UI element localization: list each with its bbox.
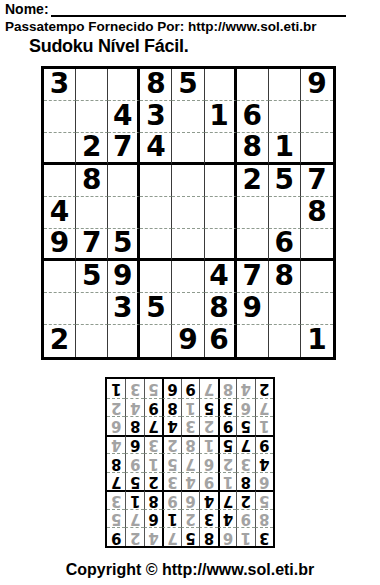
solution-cell-r2c2: 9 — [236, 509, 254, 528]
solution-cell-r8c4: 5 — [199, 398, 217, 417]
sudoku-worksheet-page: Nome: Passatempo Fornecido Por: http://w… — [0, 0, 380, 585]
solution-cell-r6c7: 3 — [144, 435, 162, 454]
solution-cell-r1c6: 7 — [162, 527, 180, 546]
solution-cell-r1c4: 8 — [199, 527, 217, 546]
solution-cell-r8c8: 4 — [125, 398, 143, 417]
solution-cell-r8c2: 6 — [236, 398, 254, 417]
puzzle-cell-r1c2[interactable] — [76, 69, 108, 101]
puzzle-cell-r4c2: 8 — [76, 165, 108, 197]
puzzle-cell-r6c1: 9 — [44, 229, 76, 261]
puzzle-cell-r4c9: 7 — [301, 165, 333, 197]
puzzle-cell-r4c3[interactable] — [108, 165, 140, 197]
solution-cell-r4c9: 7 — [107, 472, 125, 491]
puzzle-cell-r3c9[interactable] — [301, 133, 333, 165]
solution-cell-r4c1: 6 — [255, 472, 273, 491]
copyright-line: Copyright © http://www.sol.eti.br — [0, 561, 380, 579]
puzzle-cell-r5c5[interactable] — [172, 197, 204, 229]
solution-cell-r5c8: 9 — [125, 453, 143, 472]
puzzle-cell-r8c9[interactable] — [301, 293, 333, 325]
puzzle-cell-r3c6[interactable] — [205, 133, 237, 165]
solution-cell-r3c8: 1 — [125, 490, 143, 509]
solution-cell-r9c4: 7 — [199, 379, 217, 398]
puzzle-cell-r9c4[interactable] — [140, 325, 172, 357]
puzzle-cell-r4c5[interactable] — [172, 165, 204, 197]
solution-cell-r9c8: 3 — [125, 379, 143, 398]
puzzle-cell-r5c3[interactable] — [108, 197, 140, 229]
solution-cell-r7c6: 4 — [162, 416, 180, 435]
solution-cell-r2c4: 3 — [199, 509, 217, 528]
puzzle-cell-r9c8[interactable] — [269, 325, 301, 357]
puzzle-cell-r8c7: 9 — [237, 293, 269, 325]
puzzle-cell-r8c6: 8 — [205, 293, 237, 325]
puzzle-cell-r7c9[interactable] — [301, 261, 333, 293]
puzzle-cell-r5c2[interactable] — [76, 197, 108, 229]
puzzle-cell-r5c1: 4 — [44, 197, 76, 229]
solution-cell-r8c6: 8 — [162, 398, 180, 417]
puzzle-cell-r3c4: 4 — [140, 133, 172, 165]
solution-cell-r3c7: 8 — [144, 490, 162, 509]
solution-cell-r7c3: 9 — [218, 416, 236, 435]
puzzle-cell-r5c7[interactable] — [237, 197, 269, 229]
puzzle-cell-r7c8: 8 — [269, 261, 301, 293]
solution-cell-r3c4: 4 — [199, 490, 217, 509]
solution-cell-r5c2: 3 — [236, 453, 254, 472]
puzzle-cell-r9c3[interactable] — [108, 325, 140, 357]
solution-cell-r2c6: 1 — [162, 509, 180, 528]
puzzle-cell-r6c7[interactable] — [237, 229, 269, 261]
puzzle-cell-r1c7[interactable] — [237, 69, 269, 101]
puzzle-cell-r2c1[interactable] — [44, 101, 76, 133]
sudoku-solution-grid-rotated: 3168574298943216755274698136819432574326… — [105, 377, 275, 548]
solution-cell-r7c2: 5 — [236, 416, 254, 435]
puzzle-cell-r9c2[interactable] — [76, 325, 108, 357]
puzzle-cell-r9c6: 6 — [205, 325, 237, 357]
puzzle-cell-r3c3: 7 — [108, 133, 140, 165]
puzzle-cell-r6c5[interactable] — [172, 229, 204, 261]
solution-cell-r9c5: 9 — [181, 379, 199, 398]
solution-cell-r4c8: 5 — [125, 472, 143, 491]
puzzle-cell-r4c7: 2 — [237, 165, 269, 197]
solution-cell-r6c2: 7 — [236, 435, 254, 454]
solution-cell-r7c9: 6 — [107, 416, 125, 435]
solution-cell-r5c1: 4 — [255, 453, 273, 472]
puzzle-cell-r2c9[interactable] — [301, 101, 333, 133]
solution-cell-r1c7: 4 — [144, 527, 162, 546]
solution-cell-r6c5: 8 — [181, 435, 199, 454]
solution-cell-r7c7: 7 — [144, 416, 162, 435]
name-label: Nome: — [5, 2, 49, 17]
solution-cell-r4c3: 1 — [218, 472, 236, 491]
solution-cell-r9c7: 5 — [144, 379, 162, 398]
solution-cell-r3c1: 5 — [255, 490, 273, 509]
puzzle-cell-r3c7: 8 — [237, 133, 269, 165]
solution-cell-r4c4: 9 — [199, 472, 217, 491]
puzzle-cell-r5c8[interactable] — [269, 197, 301, 229]
puzzle-cell-r5c6[interactable] — [205, 197, 237, 229]
puzzle-cell-r1c6[interactable] — [205, 69, 237, 101]
puzzle-cell-r6c9[interactable] — [301, 229, 333, 261]
solution-cell-r2c1: 8 — [255, 509, 273, 528]
solution-cell-r8c7: 9 — [144, 398, 162, 417]
solution-cell-r4c2: 8 — [236, 472, 254, 491]
puzzle-cell-r8c5[interactable] — [172, 293, 204, 325]
puzzle-cell-r6c3: 5 — [108, 229, 140, 261]
puzzle-cell-r9c1: 2 — [44, 325, 76, 357]
puzzle-cell-r8c3: 3 — [108, 293, 140, 325]
solution-cell-r6c9: 4 — [107, 435, 125, 454]
solution-cell-r1c8: 2 — [125, 527, 143, 546]
solution-cell-r1c3: 6 — [218, 527, 236, 546]
puzzle-cell-r2c3: 4 — [108, 101, 140, 133]
solution-cell-r7c4: 2 — [199, 416, 217, 435]
solution-cell-r4c5: 4 — [181, 472, 199, 491]
solution-cell-r7c5: 3 — [181, 416, 199, 435]
puzzle-cell-r2c7: 6 — [237, 101, 269, 133]
solution-cell-r2c7: 6 — [144, 509, 162, 528]
puzzle-cell-r2c8[interactable] — [269, 101, 301, 133]
puzzle-cell-r7c4[interactable] — [140, 261, 172, 293]
puzzle-cell-r1c3[interactable] — [108, 69, 140, 101]
solution-cell-r6c4: 1 — [199, 435, 217, 454]
puzzle-cell-r2c6: 1 — [205, 101, 237, 133]
solution-cell-r6c1: 9 — [255, 435, 273, 454]
solution-cell-r1c5: 5 — [181, 527, 199, 546]
solution-cell-r3c5: 6 — [181, 490, 199, 509]
name-blank-line — [51, 4, 346, 17]
puzzle-cell-r6c6[interactable] — [205, 229, 237, 261]
puzzle-cell-r1c1: 3 — [44, 69, 76, 101]
puzzle-cell-r1c8[interactable] — [269, 69, 301, 101]
solution-cell-r5c7: 1 — [144, 453, 162, 472]
solution-cell-r3c2: 2 — [236, 490, 254, 509]
solution-cell-r1c9: 9 — [107, 527, 125, 546]
puzzle-cell-r3c1[interactable] — [44, 133, 76, 165]
puzzle-cell-r7c1[interactable] — [44, 261, 76, 293]
solution-cell-r9c1: 2 — [255, 379, 273, 398]
puzzle-cell-r8c4: 5 — [140, 293, 172, 325]
solution-cell-r4c6: 3 — [162, 472, 180, 491]
solution-cell-r9c9: 1 — [107, 379, 125, 398]
puzzle-cell-r2c4: 3 — [140, 101, 172, 133]
provider-line: Passatempo Fornecido Por: http://www.sol… — [5, 20, 317, 34]
solution-cell-r5c4: 6 — [199, 453, 217, 472]
puzzle-cell-r5c9: 8 — [301, 197, 333, 229]
puzzle-cell-r6c4[interactable] — [140, 229, 172, 261]
puzzle-cell-r1c5: 5 — [172, 69, 204, 101]
solution-cell-r1c2: 1 — [236, 527, 254, 546]
solution-cell-r2c8: 7 — [125, 509, 143, 528]
solution-cell-r6c6: 2 — [162, 435, 180, 454]
puzzle-cell-r4c8: 5 — [269, 165, 301, 197]
puzzle-cell-r2c5[interactable] — [172, 101, 204, 133]
puzzle-cell-r7c7: 7 — [237, 261, 269, 293]
puzzle-cell-r7c5[interactable] — [172, 261, 204, 293]
puzzle-cell-r7c2: 5 — [76, 261, 108, 293]
solution-cell-r8c3: 3 — [218, 398, 236, 417]
puzzle-cell-r3c8: 1 — [269, 133, 301, 165]
solution-cell-r5c9: 8 — [107, 453, 125, 472]
solution-cell-r4c7: 2 — [144, 472, 162, 491]
solution-cell-r8c1: 7 — [255, 398, 273, 417]
puzzle-cell-r4c1[interactable] — [44, 165, 76, 197]
puzzle-cell-r9c9: 1 — [301, 325, 333, 357]
solution-cell-r2c5: 2 — [181, 509, 199, 528]
puzzle-cell-r1c4: 8 — [140, 69, 172, 101]
solution-cell-r7c1: 1 — [255, 416, 273, 435]
solution-cell-r6c8: 6 — [125, 435, 143, 454]
solution-cell-r8c9: 2 — [107, 398, 125, 417]
solution-cell-r5c3: 2 — [218, 453, 236, 472]
solution-cell-r2c9: 5 — [107, 509, 125, 528]
solution-cell-r2c3: 4 — [218, 509, 236, 528]
puzzle-cell-r2c2[interactable] — [76, 101, 108, 133]
puzzle-cell-r7c6: 4 — [205, 261, 237, 293]
puzzle-cell-r8c8[interactable] — [269, 293, 301, 325]
puzzle-cell-r9c5: 9 — [172, 325, 204, 357]
puzzle-cell-r6c8: 6 — [269, 229, 301, 261]
puzzle-cell-r3c2: 2 — [76, 133, 108, 165]
solution-cell-r7c8: 8 — [125, 416, 143, 435]
solution-cell-r9c6: 6 — [162, 379, 180, 398]
page-title: Sudoku Nível Fácil. — [29, 37, 188, 56]
puzzle-cell-r8c2[interactable] — [76, 293, 108, 325]
solution-cell-r9c2: 4 — [236, 379, 254, 398]
solution-cell-r9c3: 8 — [218, 379, 236, 398]
name-field-row: Nome: — [5, 2, 346, 17]
solution-cell-r5c6: 5 — [162, 453, 180, 472]
puzzle-cell-r1c9: 9 — [301, 69, 333, 101]
solution-cell-r3c6: 9 — [162, 490, 180, 509]
solution-cell-r1c1: 3 — [255, 527, 273, 546]
puzzle-cell-r5c4[interactable] — [140, 197, 172, 229]
solution-cell-r8c5: 1 — [181, 398, 199, 417]
puzzle-cell-r7c3: 9 — [108, 261, 140, 293]
puzzle-cell-r6c2: 7 — [76, 229, 108, 261]
solution-cell-r5c5: 7 — [181, 453, 199, 472]
solution-cell-r3c9: 3 — [107, 490, 125, 509]
puzzle-cell-r8c1[interactable] — [44, 293, 76, 325]
puzzle-cell-r4c4[interactable] — [140, 165, 172, 197]
solution-cell-r6c3: 5 — [218, 435, 236, 454]
puzzle-cell-r9c7[interactable] — [237, 325, 269, 357]
puzzle-cell-r3c5[interactable] — [172, 133, 204, 165]
solution-cell-r3c3: 7 — [218, 490, 236, 509]
sudoku-puzzle-grid: 385943162748182574897565947835892961 — [41, 66, 336, 360]
puzzle-cell-r4c6[interactable] — [205, 165, 237, 197]
